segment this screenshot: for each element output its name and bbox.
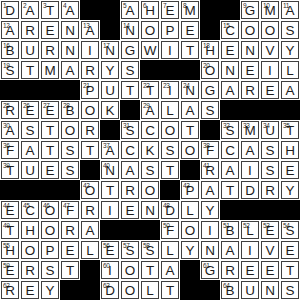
cell-r7c1[interactable]: 30A [1,121,19,139]
cell-r7c4[interactable]: O [61,121,79,139]
cell-r5c13[interactable]: R [241,81,259,99]
cell-r9c4[interactable]: S [61,161,79,179]
cell-r8c7[interactable]: C [121,141,139,159]
cell-r12c10[interactable]: O [181,221,199,239]
cell-letter: G [202,264,218,278]
cell-letter: S [2,64,18,78]
cell-letter: O [62,124,78,138]
cell-r1c4[interactable]: 4A [61,1,79,19]
cell-letter: A [222,244,238,258]
cell-r7c15[interactable]: 35T [281,121,299,139]
cell-letter: R [62,224,78,238]
cell-r3c13[interactable]: N [241,41,259,59]
cell-letter: O [182,224,198,238]
cell-r14c4[interactable]: T [61,261,79,279]
cell-r9c14[interactable]: S [261,161,279,179]
cell-letter: E [122,204,138,218]
cell-r3c7[interactable]: G [121,41,139,59]
cell-r8c4[interactable]: S [61,141,79,159]
cell-r14c10 [180,260,200,280]
cell-r13c6[interactable]: 56E [101,241,119,259]
cell-r11c9[interactable]: 48D [161,201,179,219]
cell-r8c1[interactable]: 36F [1,141,19,159]
cell-r9c3[interactable]: E [41,161,59,179]
cell-letter: Y [42,284,58,298]
cell-r1c11 [200,0,220,20]
cell-letter: A [62,4,78,18]
cell-letter: T [282,264,298,278]
cell-r1c15[interactable]: 11A [281,1,299,19]
cell-r9c13[interactable]: I [241,161,259,179]
cell-letter: R [82,204,98,218]
cell-r7c13[interactable]: 33M [241,121,259,139]
cell-r2c12[interactable]: 15C [221,21,239,39]
cell-r5c14[interactable]: E [261,81,279,99]
cell-r1c7[interactable]: 5A [121,1,139,19]
cell-r1c1[interactable]: 1D [1,1,19,19]
cell-letter: C [122,144,138,158]
cell-r12c14[interactable]: 53E [261,221,279,239]
cell-r10c12[interactable]: T [221,181,239,199]
cell-r1c10[interactable]: 8M [181,1,199,19]
cell-r3c9[interactable]: I [161,41,179,59]
cell-r2c15[interactable]: S [281,21,299,39]
cell-letter: N [62,44,78,58]
cell-letter: T [62,264,78,278]
cell-r5c5[interactable]: 21P [81,81,99,99]
cell-r2c4[interactable]: N [61,21,79,39]
cell-r3c11[interactable]: 18H [201,41,219,59]
cell-r10c1 [0,180,20,200]
cell-r7c10[interactable]: T [181,121,199,139]
cell-r2c7[interactable]: 14N [121,21,139,39]
cell-r5c9[interactable]: 23I [161,81,179,99]
cell-r5c6[interactable]: U [101,81,119,99]
cell-r15c13[interactable]: U [241,281,259,299]
cell-r5c8[interactable]: 22T [141,81,159,99]
cell-letter: E [22,104,38,118]
cell-r12c11[interactable]: I [201,221,219,239]
cell-letter: B [222,284,238,298]
cell-r3c15[interactable]: Y [281,41,299,59]
cell-r6c13 [240,100,260,120]
cell-r10c10[interactable]: 43P [181,181,199,199]
cell-letter: L [242,224,258,238]
cell-r14c13[interactable]: E [241,261,259,279]
cell-r2c3[interactable]: E [41,21,59,39]
cell-letter: E [42,164,58,178]
cell-r14c15[interactable]: T [281,261,299,279]
cell-r11c8[interactable]: N [141,201,159,219]
crossword-grid: 1D2A3T4A5A6H7E8M9G10M11A12AREN13A14NOPE1… [0,0,300,300]
cell-r11c1[interactable]: 44E [1,201,19,219]
cell-r6c6[interactable]: K [101,101,119,119]
cell-letter: F [162,224,178,238]
cell-r3c12[interactable]: E [221,41,239,59]
cell-r11c3[interactable]: 46O [41,201,59,219]
cell-letter: K [142,144,158,158]
cell-letter: T [122,84,138,98]
cell-r2c9[interactable]: P [161,21,179,39]
cell-r4c13[interactable]: E [241,61,259,79]
cell-r12c12[interactable]: 51B [221,221,239,239]
cell-letter: B [222,224,238,238]
cell-letter: I [102,204,118,218]
cell-r3c10[interactable]: T [181,41,199,59]
cell-r6c9[interactable]: L [161,101,179,119]
cell-r13c12[interactable]: A [221,241,239,259]
cell-r11c14 [260,200,280,220]
cell-r5c15[interactable]: A [281,81,299,99]
cell-r12c8 [140,220,160,240]
cell-r15c4 [60,280,80,300]
cell-r2c14[interactable]: O [261,21,279,39]
cell-r8c11[interactable]: 38F [201,141,219,159]
cell-letter: A [162,264,178,278]
cell-r14c8[interactable]: T [141,261,159,279]
cell-r13c5[interactable]: L [81,241,99,259]
cell-letter: E [242,264,258,278]
cell-r14c2[interactable]: R [21,261,39,279]
cell-letter: A [222,164,238,178]
cell-r14c7[interactable]: O [121,261,139,279]
cell-r5c11[interactable]: G [201,81,219,99]
cell-letter: A [22,4,38,18]
cell-letter: E [182,24,198,38]
cell-r6c8[interactable]: 29A [141,101,159,119]
cell-r8c9[interactable]: S [161,141,179,159]
cell-r7c3[interactable]: T [41,121,59,139]
cell-r3c3[interactable]: R [41,41,59,59]
cell-r8c6[interactable]: 37A [101,141,119,159]
cell-letter: H [22,224,38,238]
cell-r10c7[interactable]: R [121,181,139,199]
cell-letter: Y [102,64,118,78]
cell-r3c8[interactable]: W [141,41,159,59]
cell-r14c14[interactable]: E [261,261,279,279]
cell-r14c9[interactable]: A [161,261,179,279]
cell-r10c8[interactable]: O [141,181,159,199]
cell-r12c3[interactable]: O [41,221,59,239]
cell-letter: O [82,104,98,118]
cell-letter: O [242,24,258,38]
cell-r3c1[interactable]: 16B [1,41,19,59]
cell-r2c11 [200,20,220,40]
cell-letter: A [122,4,138,18]
cell-r12c6 [100,220,120,240]
cell-r6c4[interactable]: 28B [61,101,79,119]
cell-letter: S [122,124,138,138]
cell-letter: O [162,124,178,138]
cell-r7c7[interactable]: 31S [121,121,139,139]
cell-r4c14[interactable]: I [261,61,279,79]
cell-letter: E [42,104,58,118]
cell-letter: S [262,144,278,158]
cell-r1c5 [80,0,100,20]
cell-letter: R [222,264,238,278]
cell-r4c3[interactable]: M [41,61,59,79]
cell-r4c4[interactable]: A [61,61,79,79]
cell-letter: E [262,84,278,98]
cell-letter: A [182,104,198,118]
cell-r4c12[interactable]: N [221,61,239,79]
cell-r10c14[interactable]: R [261,181,279,199]
cell-r11c2[interactable]: 45C [21,201,39,219]
cell-letter: M [42,64,58,78]
cell-letter: I [162,84,178,98]
cell-r9c11[interactable]: 41R [201,161,219,179]
cell-r11c4[interactable]: 47F [61,201,79,219]
cell-letter: R [262,184,278,198]
cell-r13c11[interactable]: N [201,241,219,259]
cell-r6c10[interactable]: A [181,101,199,119]
cell-r11c5[interactable]: R [81,201,99,219]
cell-letter: V [262,44,278,58]
cell-r1c13[interactable]: 9G [241,1,259,19]
cell-letter: E [242,64,258,78]
cell-r2c10[interactable]: E [181,21,199,39]
cell-letter: S [42,264,58,278]
cell-letter: E [2,204,18,218]
cell-r1c2[interactable]: 2A [21,1,39,19]
cell-r13c8[interactable]: 58S [141,241,159,259]
cell-letter: S [222,124,238,138]
cell-r15c7[interactable]: O [121,281,139,299]
cell-r1c8[interactable]: 6H [141,1,159,19]
cell-r12c2[interactable]: H [21,221,39,239]
cell-letter: A [82,224,98,238]
cell-r5c2 [20,80,40,100]
cell-letter: F [2,144,18,158]
cell-r10c4 [60,180,80,200]
cell-r5c12[interactable]: A [221,81,239,99]
cell-r5c10[interactable]: 24N [181,81,199,99]
cell-letter: D [102,284,118,298]
cell-r14c11[interactable]: 61G [201,261,219,279]
cell-letter: S [22,124,38,138]
cell-r9c6[interactable]: 40N [101,161,119,179]
cell-r7c14[interactable]: 34U [261,121,279,139]
cell-r1c3[interactable]: 3T [41,1,59,19]
cell-r12c15[interactable]: 54S [281,221,299,239]
cell-r12c13[interactable]: 52L [241,221,259,239]
cell-r11c10[interactable]: L [181,201,199,219]
cell-letter: O [142,24,158,38]
cell-r11c7[interactable]: E [121,201,139,219]
cell-r3c2[interactable]: U [21,41,39,59]
cell-letter: S [122,64,138,78]
cell-letter: R [2,284,18,298]
cell-r13c15[interactable]: E [281,241,299,259]
cell-letter: U [242,284,258,298]
cell-r3c6[interactable]: 17N [101,41,119,59]
cell-letter: R [82,64,98,78]
cell-r4c7[interactable]: S [121,61,139,79]
cell-r4c11[interactable]: 20O [201,61,219,79]
cell-letter: R [202,164,218,178]
cell-r13c4[interactable]: E [61,241,79,259]
cell-letter: A [82,24,98,38]
cell-r15c11 [200,280,220,300]
cell-r4c9 [160,60,180,80]
cell-r4c2[interactable]: T [21,61,39,79]
cell-r8c15[interactable]: H [281,141,299,159]
cell-r6c2[interactable]: 26E [21,101,39,119]
cell-letter: R [122,184,138,198]
cell-letter: M [242,124,258,138]
cell-letter: A [142,104,158,118]
cell-r10c6[interactable]: T [101,181,119,199]
cell-r9c7[interactable]: A [121,161,139,179]
cell-r8c5[interactable]: T [81,141,99,159]
cell-r13c1[interactable]: 55H [1,241,19,259]
cell-r3c4[interactable]: N [61,41,79,59]
cell-letter: A [222,84,238,98]
cell-r3c5[interactable]: I [81,41,99,59]
cell-letter: N [242,44,258,58]
cell-r8c2[interactable]: A [21,141,39,159]
cell-letter: S [62,164,78,178]
cell-r15c3[interactable]: Y [41,281,59,299]
cell-r13c13[interactable]: I [241,241,259,259]
cell-r10c15[interactable]: Y [281,181,299,199]
cell-r1c9[interactable]: 7E [161,1,179,19]
cell-r6c14 [260,100,280,120]
cell-letter: T [162,164,178,178]
cell-r8c10[interactable]: O [181,141,199,159]
cell-r12c7 [120,220,140,240]
cell-letter: U [22,44,38,58]
cell-r7c5[interactable]: R [81,121,99,139]
cell-r9c8[interactable]: S [141,161,159,179]
cell-r10c5[interactable]: 42O [81,181,99,199]
cell-r11c11[interactable]: Y [201,201,219,219]
cell-r13c3[interactable]: P [41,241,59,259]
cell-letter: L [142,284,158,298]
cell-r5c4 [60,80,80,100]
cell-r13c2[interactable]: O [21,241,39,259]
cell-r5c7[interactable]: T [121,81,139,99]
cell-r7c8[interactable]: C [141,121,159,139]
cell-r4c1[interactable]: 19S [1,61,19,79]
cell-r7c2[interactable]: S [21,121,39,139]
cell-r8c13[interactable]: A [241,141,259,159]
cell-r7c12[interactable]: 32S [221,121,239,139]
cell-r15c2[interactable]: E [21,281,39,299]
cell-r9c12[interactable]: A [221,161,239,179]
cell-letter: S [262,164,278,178]
cell-r6c7 [120,100,140,120]
cell-letter: I [202,224,218,238]
cell-r8c12[interactable]: C [221,141,239,159]
cell-r14c6[interactable]: 60I [101,261,119,279]
cell-r13c10[interactable]: Y [181,241,199,259]
cell-letter: T [2,164,18,178]
cell-letter: B [2,44,18,58]
cell-r5c1 [0,80,20,100]
cell-letter: P [162,24,178,38]
cell-r1c14[interactable]: 10M [261,1,279,19]
cell-r15c6[interactable]: 63D [101,281,119,299]
cell-r10c13[interactable]: D [241,181,259,199]
cell-letter: S [142,164,158,178]
cell-r15c9[interactable]: T [161,281,179,299]
cell-r4c5[interactable]: R [81,61,99,79]
cell-r2c13[interactable]: O [241,21,259,39]
cell-r2c5[interactable]: 13A [81,21,99,39]
cell-r9c2[interactable]: U [21,161,39,179]
cell-r15c1[interactable]: 62R [1,281,19,299]
cell-r2c8[interactable]: O [141,21,159,39]
cell-letter: T [2,224,18,238]
cell-r6c5[interactable]: O [81,101,99,119]
cell-letter: P [82,84,98,98]
cell-letter: U [22,164,38,178]
cell-r6c12 [220,100,240,120]
cell-r10c11[interactable]: A [201,181,219,199]
cell-r14c12[interactable]: R [221,261,239,279]
cell-r12c9[interactable]: 50F [161,221,179,239]
cell-r9c9[interactable]: T [161,161,179,179]
cell-letter: D [242,184,258,198]
cell-letter: L [182,204,198,218]
cell-letter: E [22,284,38,298]
cell-r9c1[interactable]: 39T [1,161,19,179]
cell-r4c8 [140,60,160,80]
cell-letter: C [222,144,238,158]
cell-r11c6[interactable]: I [101,201,119,219]
cell-letter: A [242,144,258,158]
cell-r12c1[interactable]: 49T [1,221,19,239]
cell-r3c14[interactable]: V [261,41,279,59]
cell-letter: U [262,124,278,138]
cell-letter: O [42,224,58,238]
cell-r14c3[interactable]: S [41,261,59,279]
cell-r15c15[interactable]: S [281,281,299,299]
cell-r6c1[interactable]: 25R [1,101,19,119]
cell-letter: R [22,264,38,278]
cell-r13c14[interactable]: V [261,241,279,259]
cell-r13c9[interactable]: L [161,241,179,259]
cell-letter: T [102,184,118,198]
cell-r8c14[interactable]: S [261,141,279,159]
cell-letter: A [2,124,18,138]
cell-r14c1[interactable]: 59E [1,261,19,279]
cell-letter: K [102,104,118,118]
cell-r8c3[interactable]: T [41,141,59,159]
cell-r2c1[interactable]: 12A [1,21,19,39]
cell-r2c2[interactable]: R [21,21,39,39]
cell-r4c6[interactable]: Y [101,61,119,79]
cell-letter: S [62,144,78,158]
cell-r7c9[interactable]: O [161,121,179,139]
cell-r6c11[interactable]: S [201,101,219,119]
cell-r12c5[interactable]: A [81,221,99,239]
cell-r9c15[interactable]: E [281,161,299,179]
cell-r12c4[interactable]: R [61,221,79,239]
cell-r1c12 [220,0,240,20]
cell-letter: A [102,144,118,158]
cell-r15c12[interactable]: 64B [221,281,239,299]
cell-letter: U [102,84,118,98]
cell-r15c8[interactable]: L [141,281,159,299]
cell-r6c3[interactable]: 27E [41,101,59,119]
cell-r8c8[interactable]: K [141,141,159,159]
cell-r13c7[interactable]: 57S [121,241,139,259]
cell-letter: S [282,284,298,298]
cell-r15c14[interactable]: N [261,281,279,299]
cell-r4c15[interactable]: L [281,61,299,79]
